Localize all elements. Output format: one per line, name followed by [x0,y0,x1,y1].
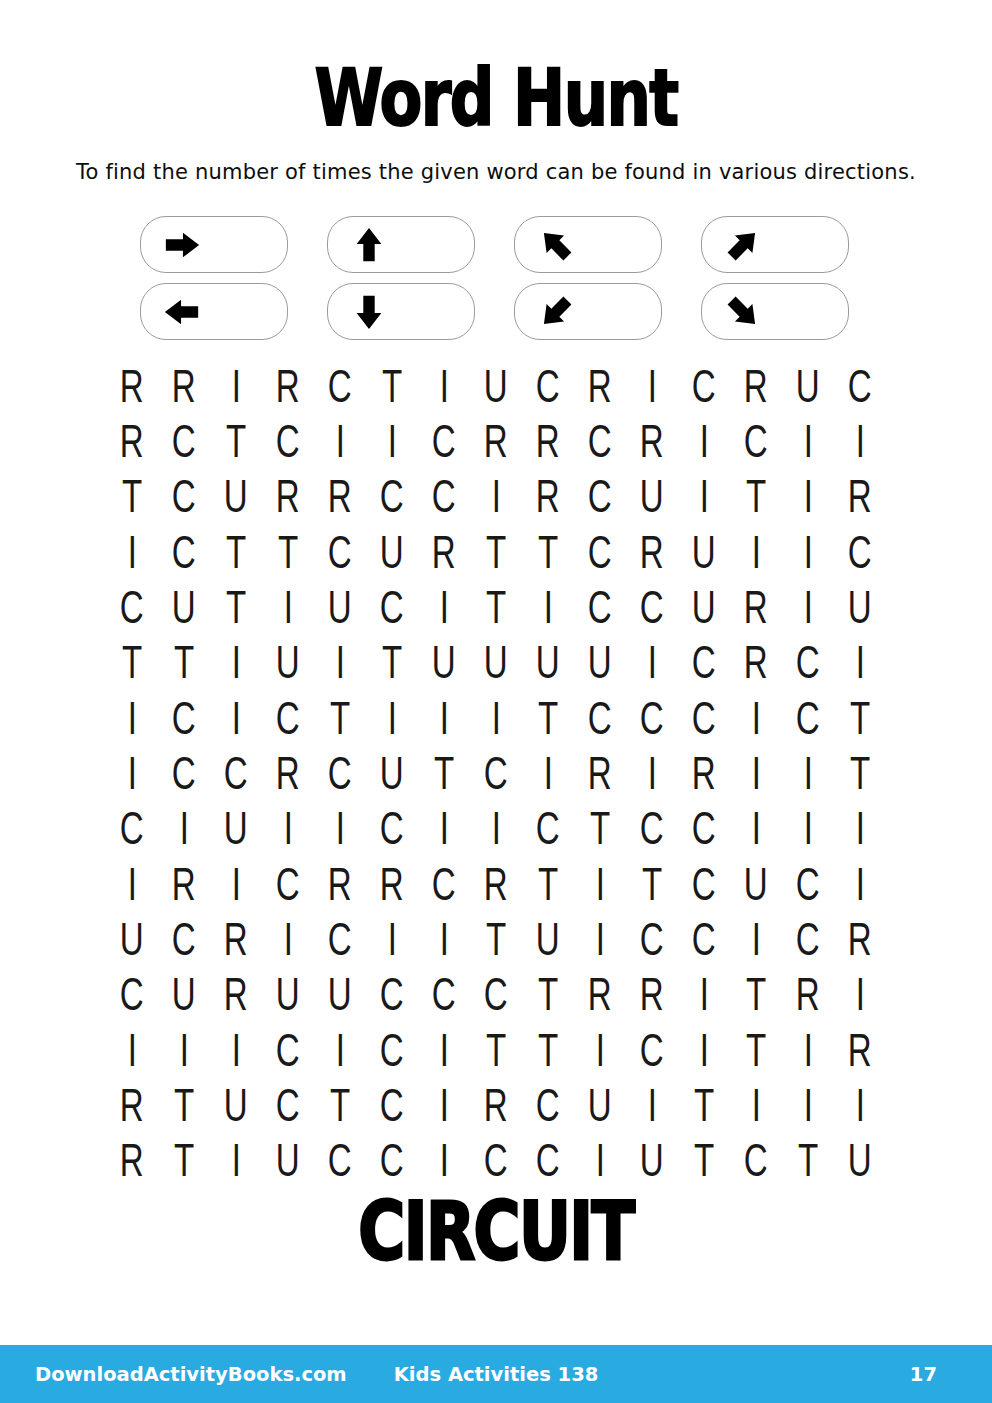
grid-letter: I [387,695,396,741]
grid-letter: T [174,639,194,685]
grid-letter: I [231,695,240,741]
grid-cell-r7c6: I [366,690,418,745]
grid-letter: U [588,639,612,685]
grid-letter: I [127,861,136,907]
grid-cell-r9c4: I [262,801,314,856]
grid-cell-r3c8: I [470,469,522,524]
grid-letter: T [382,363,402,409]
grid-letter: C [796,695,820,741]
grid-letter: T [642,861,662,907]
grid-letter: I [803,805,812,851]
grid-cell-r5c1: C [106,579,158,634]
grid-letter: C [328,529,352,575]
grid-letter: C [276,418,300,464]
direction-answer-box-left[interactable] [140,283,288,340]
grid-letter: U [692,529,716,575]
grid-cell-r12c8: C [470,967,522,1022]
arrow-right-icon [163,226,201,264]
grid-cell-r8c5: C [314,745,366,800]
grid-letter: C [328,916,352,962]
grid-letter: U [796,363,820,409]
grid-cell-r14c1: R [106,1077,158,1132]
grid-letter: U [328,584,352,630]
grid-cell-r14c2: T [158,1077,210,1132]
grid-cell-r9c2: I [158,801,210,856]
grid-cell-r12c13: T [730,967,782,1022]
grid-letter: T [850,695,870,741]
grid-letter: R [120,1137,144,1183]
grid-cell-r4c8: T [470,524,522,579]
grid-cell-r11c3: R [210,911,262,966]
grid-cell-r1c6: T [366,358,418,413]
grid-letter: C [120,971,144,1017]
grid-letter: I [595,916,604,962]
grid-cell-r12c1: C [106,967,158,1022]
grid-cell-r2c9: R [522,413,574,468]
grid-cell-r12c2: U [158,967,210,1022]
grid-letter: C [328,1137,352,1183]
grid-cell-r8c12: R [678,745,730,800]
grid-cell-r7c10: C [574,690,626,745]
grid-letter: I [855,639,864,685]
grid-cell-r11c7: I [418,911,470,966]
grid-cell-r14c8: R [470,1077,522,1132]
grid-cell-r9c5: I [314,801,366,856]
grid-letter: C [484,750,508,796]
grid-cell-r2c2: C [158,413,210,468]
grid-letter: C [172,916,196,962]
grid-cell-r13c5: I [314,1022,366,1077]
grid-cell-r6c13: R [730,635,782,690]
grid-cell-r11c1: U [106,911,158,966]
grid-cell-r9c15: I [834,801,886,856]
grid-letter: T [694,1082,714,1128]
grid-letter: I [595,1027,604,1073]
grid-letter: R [328,473,352,519]
grid-cell-r5c15: U [834,579,886,634]
grid-cell-r7c4: C [262,690,314,745]
grid-letter: I [127,1027,136,1073]
grid-letter: R [744,584,768,630]
grid-letter: C [172,473,196,519]
grid-letter: C [536,1082,560,1128]
grid-letter: I [231,363,240,409]
grid-cell-r10c1: I [106,856,158,911]
grid-cell-r3c3: U [210,469,262,524]
grid-letter: U [276,639,300,685]
grid-cell-r3c7: C [418,469,470,524]
grid-letter: T [174,1082,194,1128]
grid-letter: T [330,1082,350,1128]
direction-answer-box-down[interactable] [327,283,475,340]
grid-cell-r13c15: R [834,1022,886,1077]
grid-cell-r3c15: R [834,469,886,524]
grid-cell-r7c2: C [158,690,210,745]
grid-cell-r1c9: C [522,358,574,413]
worksheet-page: Word Hunt To find the number of times th… [0,0,992,1403]
grid-letter: R [692,750,716,796]
grid-cell-r2c1: R [106,413,158,468]
grid-letter: R [120,418,144,464]
grid-letter: I [803,1027,812,1073]
grid-letter: I [231,1137,240,1183]
grid-letter: C [796,639,820,685]
grid-cell-r6c14: C [782,635,834,690]
grid-letter: I [595,1137,604,1183]
arrow-up-left-icon [529,218,583,272]
grid-cell-r6c3: I [210,635,262,690]
grid-cell-r15c15: U [834,1133,886,1188]
grid-cell-r2c5: I [314,413,366,468]
grid-cell-r3c4: R [262,469,314,524]
grid-letter: R [276,473,300,519]
grid-letter: C [276,861,300,907]
footer-series: Kids Activities 138 [0,1363,992,1386]
grid-cell-r10c10: I [574,856,626,911]
grid-cell-r7c15: T [834,690,886,745]
grid-cell-r4c6: U [366,524,418,579]
grid-cell-r12c4: U [262,967,314,1022]
grid-cell-r15c12: T [678,1133,730,1188]
grid-cell-r1c7: I [418,358,470,413]
grid-letter: T [486,1027,506,1073]
arrow-left-icon [163,293,201,331]
direction-answer-box-up-right[interactable] [701,216,849,273]
grid-letter: R [536,418,560,464]
grid-letter: T [226,584,246,630]
grid-letter: I [439,916,448,962]
grid-letter: C [432,971,456,1017]
grid-letter: C [276,695,300,741]
grid-letter: I [439,584,448,630]
arrow-up-right-icon [716,218,770,272]
grid-letter: C [380,971,404,1017]
grid-cell-r8c7: T [418,745,470,800]
grid-cell-r1c15: C [834,358,886,413]
grid-letter: C [692,639,716,685]
grid-cell-r10c4: C [262,856,314,911]
grid-cell-r13c14: I [782,1022,834,1077]
grid-letter: R [224,916,248,962]
grid-letter: I [855,1082,864,1128]
grid-letter: C [380,805,404,851]
grid-cell-r5c3: T [210,579,262,634]
grid-cell-r13c2: I [158,1022,210,1077]
grid-letter: I [439,1137,448,1183]
grid-letter: C [588,418,612,464]
grid-cell-r5c14: I [782,579,834,634]
grid-letter: I [179,805,188,851]
grid-cell-r13c11: C [626,1022,678,1077]
grid-cell-r4c2: C [158,524,210,579]
grid-letter: C [588,584,612,630]
grid-cell-r8c1: I [106,745,158,800]
grid-letter: R [380,861,404,907]
grid-cell-r9c1: C [106,801,158,856]
grid-letter: C [536,363,560,409]
grid-cell-r9c13: I [730,801,782,856]
grid-letter: R [432,529,456,575]
grid-cell-r14c5: T [314,1077,366,1132]
grid-letter: C [588,473,612,519]
grid-cell-r15c13: C [730,1133,782,1188]
grid-cell-r15c11: U [626,1133,678,1188]
grid-cell-r6c5: I [314,635,366,690]
grid-letter: R [796,971,820,1017]
grid-cell-r2c3: T [210,413,262,468]
grid-cell-r13c8: T [470,1022,522,1077]
grid-cell-r7c12: C [678,690,730,745]
grid-cell-r9c8: I [470,801,522,856]
grid-letter: I [283,805,292,851]
grid-letter: I [803,418,812,464]
grid-cell-r4c11: R [626,524,678,579]
grid-letter: T [486,529,506,575]
grid-letter: I [855,418,864,464]
grid-cell-r13c9: T [522,1022,574,1077]
grid-cell-r4c14: I [782,524,834,579]
direction-boxes [140,216,849,340]
grid-cell-r2c12: I [678,413,730,468]
grid-letter: C [796,861,820,907]
letter-grid: RRIRCTIUCRICRUCRCTCIICRRCRICIITCURRCCIRC… [106,358,886,1188]
grid-cell-r6c8: U [470,635,522,690]
grid-letter: T [538,695,558,741]
grid-letter: C [380,1082,404,1128]
grid-cell-r3c13: T [730,469,782,524]
grid-cell-r13c12: I [678,1022,730,1077]
grid-letter: I [283,584,292,630]
grid-letter: R [484,418,508,464]
grid-letter: C [484,971,508,1017]
grid-cell-r8c9: I [522,745,574,800]
grid-cell-r13c7: I [418,1022,470,1077]
grid-cell-r10c7: C [418,856,470,911]
grid-letter: R [588,971,612,1017]
grid-cell-r9c7: I [418,801,470,856]
grid-cell-r4c15: C [834,524,886,579]
grid-cell-r3c14: I [782,469,834,524]
grid-letter: R [276,750,300,796]
grid-cell-r10c13: U [730,856,782,911]
grid-letter: R [744,639,768,685]
grid-cell-r6c9: U [522,635,574,690]
grid-letter: C [484,1137,508,1183]
grid-cell-r11c4: I [262,911,314,966]
grid-letter: C [276,1082,300,1128]
grid-cell-r10c12: C [678,856,730,911]
grid-letter: U [224,805,248,851]
grid-letter: T [486,916,506,962]
grid-cell-r13c1: I [106,1022,158,1077]
grid-cell-r8c14: I [782,745,834,800]
grid-letter: U [692,584,716,630]
grid-letter: I [751,529,760,575]
grid-letter: I [647,1082,656,1128]
grid-cell-r7c11: C [626,690,678,745]
grid-letter: C [640,805,664,851]
grid-letter: R [536,473,560,519]
grid-cell-r5c6: C [366,579,418,634]
grid-letter: T [746,971,766,1017]
grid-cell-r4c10: C [574,524,626,579]
grid-letter: R [640,418,664,464]
grid-cell-r14c14: I [782,1077,834,1132]
grid-letter: C [432,418,456,464]
grid-cell-r6c7: U [418,635,470,690]
grid-letter: T [538,529,558,575]
grid-letter: T [538,861,558,907]
grid-cell-r5c9: I [522,579,574,634]
grid-letter: T [538,971,558,1017]
grid-cell-r11c15: R [834,911,886,966]
grid-letter: C [692,363,716,409]
grid-letter: R [120,1082,144,1128]
grid-cell-r5c11: C [626,579,678,634]
grid-cell-r4c1: I [106,524,158,579]
grid-letter: C [380,473,404,519]
grid-cell-r2c6: I [366,413,418,468]
grid-cell-r9c11: C [626,801,678,856]
grid-cell-r1c3: I [210,358,262,413]
grid-cell-r1c10: R [574,358,626,413]
grid-letter: C [432,861,456,907]
grid-letter: I [699,1027,708,1073]
direction-answer-box-up[interactable] [327,216,475,273]
grid-cell-r8c2: C [158,745,210,800]
grid-cell-r1c5: C [314,358,366,413]
grid-cell-r14c11: I [626,1077,678,1132]
grid-cell-r8c6: U [366,745,418,800]
grid-letter: I [179,1027,188,1073]
grid-cell-r5c5: U [314,579,366,634]
grid-cell-r5c2: U [158,579,210,634]
grid-cell-r14c9: C [522,1077,574,1132]
grid-cell-r10c15: I [834,856,886,911]
grid-cell-r9c14: I [782,801,834,856]
grid-letter: C [172,529,196,575]
grid-letter: R [120,363,144,409]
grid-cell-r1c13: R [730,358,782,413]
grid-cell-r12c10: R [574,967,626,1022]
grid-letter: T [226,529,246,575]
grid-cell-r3c12: I [678,469,730,524]
grid-cell-r10c9: T [522,856,574,911]
grid-letter: R [588,750,612,796]
grid-cell-r10c5: R [314,856,366,911]
grid-cell-r14c15: I [834,1077,886,1132]
grid-letter: C [120,805,144,851]
grid-cell-r9c9: C [522,801,574,856]
grid-letter: C [692,861,716,907]
grid-letter: C [172,418,196,464]
footer-bar: DownloadActivityBooks.com Kids Activitie… [0,1345,992,1403]
grid-cell-r13c6: C [366,1022,418,1077]
direction-answer-box-up-left[interactable] [514,216,662,273]
grid-cell-r1c1: R [106,358,158,413]
direction-answer-box-down-right[interactable] [701,283,849,340]
grid-letter: T [278,529,298,575]
grid-cell-r2c14: I [782,413,834,468]
direction-answer-box-right[interactable] [140,216,288,273]
grid-cell-r2c4: C [262,413,314,468]
grid-letter: R [172,363,196,409]
grid-letter: I [439,1082,448,1128]
grid-letter: R [172,861,196,907]
footer-page-number: 17 [910,1363,937,1386]
grid-letter: I [283,916,292,962]
grid-letter: C [796,916,820,962]
grid-letter: I [647,363,656,409]
grid-cell-r5c4: I [262,579,314,634]
grid-letter: I [491,805,500,851]
grid-letter: R [588,363,612,409]
grid-cell-r7c9: T [522,690,574,745]
grid-cell-r7c14: C [782,690,834,745]
grid-cell-r3c9: R [522,469,574,524]
grid-cell-r3c10: C [574,469,626,524]
grid-letter: T [538,1027,558,1073]
grid-letter: I [803,529,812,575]
grid-letter: I [751,805,760,851]
arrow-down-left-icon [529,285,583,339]
grid-cell-r3c11: U [626,469,678,524]
grid-cell-r2c15: I [834,413,886,468]
arrow-down-icon [350,293,388,331]
grid-cell-r15c8: C [470,1133,522,1188]
grid-letter: U [380,750,404,796]
grid-cell-r6c1: T [106,635,158,690]
grid-letter: C [744,418,768,464]
grid-cell-r1c8: U [470,358,522,413]
grid-letter: R [484,1082,508,1128]
grid-letter: U [380,529,404,575]
grid-letter: T [590,805,610,851]
grid-cell-r14c4: C [262,1077,314,1132]
grid-letter: I [803,473,812,519]
grid-letter: I [231,1027,240,1073]
grid-letter: T [174,1137,194,1183]
grid-cell-r1c12: C [678,358,730,413]
grid-letter: T [850,750,870,796]
grid-cell-r4c12: U [678,524,730,579]
grid-letter: U [536,916,560,962]
grid-cell-r14c10: U [574,1077,626,1132]
grid-letter: I [751,916,760,962]
grid-letter: C [120,584,144,630]
grid-letter: I [439,695,448,741]
direction-answer-box-down-left[interactable] [514,283,662,340]
grid-letter: R [484,861,508,907]
grid-cell-r15c14: T [782,1133,834,1188]
grid-cell-r7c13: I [730,690,782,745]
grid-cell-r9c10: T [574,801,626,856]
grid-cell-r8c13: I [730,745,782,800]
grid-letter: C [640,1027,664,1073]
grid-cell-r1c2: R [158,358,210,413]
grid-letter: I [855,805,864,851]
grid-letter: I [751,750,760,796]
grid-cell-r11c5: C [314,911,366,966]
grid-cell-r7c7: I [418,690,470,745]
grid-cell-r14c7: I [418,1077,470,1132]
grid-cell-r13c4: C [262,1022,314,1077]
grid-letter: R [848,916,872,962]
grid-cell-r4c3: T [210,524,262,579]
grid-cell-r11c8: T [470,911,522,966]
grid-letter: T [746,1027,766,1073]
grid-letter: C [536,805,560,851]
